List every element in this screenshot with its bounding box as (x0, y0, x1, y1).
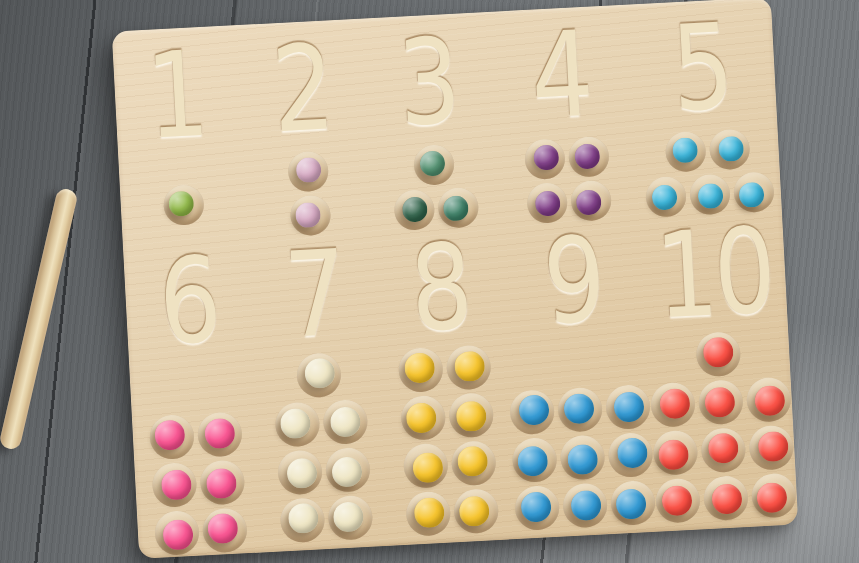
number-cell-3: 3 (363, 12, 500, 230)
number-cell-1: 1 (112, 25, 249, 243)
bead-pale-pink[interactable] (296, 156, 322, 182)
dimple (700, 427, 746, 473)
bead-coral-red[interactable] (754, 385, 786, 417)
bead-hot-pink[interactable] (207, 513, 239, 545)
dimple-row (652, 425, 794, 476)
dimple-row (277, 447, 371, 496)
bead-golden-yellow[interactable] (404, 352, 436, 384)
engraved-numeral-1: 1 (144, 35, 212, 156)
bead-forest-green[interactable] (420, 150, 446, 176)
bead-azure-blue[interactable] (517, 445, 549, 477)
engraved-numeral-6: 6 (157, 241, 221, 362)
bead-pale-pink[interactable] (295, 201, 321, 227)
dimple-row (151, 459, 245, 508)
bead-golden-yellow[interactable] (458, 496, 490, 528)
engraved-numeral-9: 9 (541, 220, 605, 341)
dimple-row (154, 507, 248, 556)
engraved-numeral-5: 5 (669, 7, 737, 128)
dimple (524, 138, 566, 180)
bead-azure-blue[interactable] (520, 491, 552, 523)
dimple (199, 459, 245, 505)
dimple (607, 432, 653, 478)
dimple (202, 507, 248, 553)
dimple (746, 377, 792, 423)
engraved-numeral-10: 10 (653, 211, 776, 335)
dimple (559, 434, 605, 480)
bead-cluster-2 (287, 151, 331, 237)
bead-hot-pink[interactable] (162, 519, 194, 551)
number-cell-8: 8 (374, 224, 516, 548)
number-cell-5: 5 (629, 0, 782, 216)
bead-hot-pink[interactable] (204, 418, 236, 450)
bead-cream[interactable] (280, 408, 312, 440)
dimple-row (514, 480, 656, 531)
dimple (163, 184, 205, 226)
dimple-row (149, 411, 243, 460)
bead-azure-blue[interactable] (616, 437, 648, 469)
engraved-numeral-8: 8 (408, 227, 472, 348)
dimple (322, 399, 368, 445)
dimple (514, 485, 560, 531)
bead-cream[interactable] (286, 458, 318, 490)
engraved-numeral-7: 7 (282, 234, 346, 355)
bead-turquoise[interactable] (672, 137, 698, 163)
counting-tracing-board: 12345678910 (112, 0, 799, 559)
dimple (448, 392, 494, 438)
bead-azure-blue[interactable] (570, 490, 602, 522)
dimple (277, 449, 323, 495)
dimple (562, 482, 608, 528)
bead-cream[interactable] (332, 501, 364, 533)
photo-scene: 12345678910 (0, 0, 859, 563)
number-grid: 12345678910 (112, 0, 799, 559)
dimple-row (511, 432, 653, 483)
engraved-numeral-4: 4 (529, 15, 597, 136)
number-cell-10: 10 (640, 209, 799, 534)
bead-coral-red[interactable] (704, 387, 736, 419)
bead-cluster-1 (163, 184, 205, 226)
bead-golden-yellow[interactable] (457, 446, 489, 478)
dimple (748, 425, 794, 471)
number-cell-9: 9 (500, 216, 656, 541)
bead-cream[interactable] (330, 406, 362, 438)
bead-apple-green[interactable] (169, 190, 195, 216)
bead-coral-red[interactable] (756, 482, 788, 514)
bead-golden-yellow[interactable] (454, 351, 486, 383)
bead-golden-yellow[interactable] (405, 402, 437, 434)
dimple (400, 395, 446, 441)
bead-azure-blue[interactable] (613, 391, 645, 423)
bead-cluster-8 (398, 344, 500, 537)
dimple (151, 462, 197, 508)
engraved-numeral-2: 2 (270, 28, 338, 149)
bead-coral-red[interactable] (757, 431, 789, 463)
bead-coral-red[interactable] (659, 388, 691, 420)
number-cell-4: 4 (489, 5, 640, 224)
dimple-row (509, 384, 651, 435)
dimple-row (274, 399, 368, 448)
dimple (149, 414, 195, 460)
bead-hot-pink[interactable] (161, 469, 193, 501)
engraved-numeral-3: 3 (396, 22, 464, 143)
dimple (197, 411, 243, 457)
bead-golden-yellow[interactable] (413, 497, 445, 529)
dimple (511, 437, 557, 483)
dimple (325, 447, 371, 493)
bead-coral-red[interactable] (661, 485, 693, 517)
bead-azure-blue[interactable] (567, 444, 599, 476)
dimple (279, 497, 325, 543)
bead-golden-yellow[interactable] (455, 401, 487, 433)
bead-azure-blue[interactable] (615, 488, 647, 520)
dimple (327, 495, 373, 541)
dimple (453, 488, 499, 534)
dimple-row (279, 495, 373, 544)
bead-coral-red[interactable] (702, 337, 734, 369)
dimple (665, 131, 707, 173)
number-cell-6: 6 (123, 237, 265, 561)
bead-azure-blue[interactable] (563, 393, 595, 425)
bead-turquoise[interactable] (718, 135, 744, 161)
bead-coral-red[interactable] (707, 432, 739, 464)
bead-coral-red[interactable] (711, 483, 743, 515)
bead-cream[interactable] (331, 456, 363, 488)
dimple-row (650, 377, 792, 428)
dimple-row (400, 392, 494, 441)
bead-hot-pink[interactable] (206, 468, 238, 500)
dimple (703, 475, 749, 521)
bead-purple[interactable] (574, 143, 600, 169)
number-cell-2: 2 (237, 18, 374, 236)
bead-cluster-4 (524, 136, 612, 224)
dimple (450, 440, 496, 486)
dimple (557, 387, 603, 433)
bead-forest-green[interactable] (402, 196, 428, 222)
bead-hot-pink[interactable] (154, 419, 186, 451)
dimple-row (403, 440, 497, 489)
dimple (610, 480, 656, 526)
dimple (652, 430, 698, 476)
dimple (154, 510, 200, 556)
bead-cluster-7 (272, 351, 374, 544)
bead-cluster-3 (391, 143, 479, 231)
bead-cluster-9 (509, 384, 656, 531)
dimple-row (655, 472, 797, 523)
dimple (509, 389, 555, 435)
bead-cream[interactable] (288, 503, 320, 535)
dimple-row (163, 184, 205, 226)
dimple (605, 384, 651, 430)
bead-purple[interactable] (533, 144, 559, 170)
bead-coral-red[interactable] (658, 439, 690, 471)
bead-golden-yellow[interactable] (412, 452, 444, 484)
dimple (274, 401, 320, 447)
dimple (698, 379, 744, 425)
bead-cream[interactable] (304, 357, 336, 389)
bead-cluster-10 (647, 329, 797, 524)
dimple (403, 443, 449, 489)
bead-azure-blue[interactable] (518, 394, 550, 426)
dimple (405, 491, 451, 537)
dimple (751, 472, 797, 518)
dimple-row (405, 488, 499, 537)
bead-cluster-6 (149, 411, 248, 556)
number-cell-7: 7 (248, 230, 390, 554)
dimple (655, 478, 701, 524)
dimple (650, 382, 696, 428)
